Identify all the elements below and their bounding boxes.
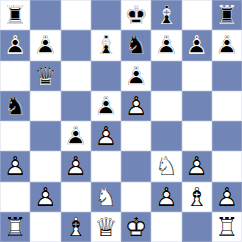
white-rook-outline-icon: ♖ bbox=[212, 212, 242, 242]
square-h1[interactable]: ♜♖ bbox=[212, 212, 242, 242]
chess-board: ♜♖♚♔♝♗♜♖♟♙♟♙♝♗♞♘♟♙♟♙♟♙♛♕♟♙♞♘♟♙♟♙♟♙♟♙♟♙♟♙… bbox=[0, 0, 242, 242]
black-knight-outline-icon: ♘ bbox=[0, 91, 30, 121]
square-c6[interactable] bbox=[61, 61, 91, 91]
black-pawn-outline-icon: ♙ bbox=[212, 30, 242, 60]
square-d8[interactable] bbox=[91, 0, 121, 30]
piece-white-queen[interactable]: ♛♕ bbox=[91, 212, 121, 242]
piece-white-pawn[interactable]: ♟♙ bbox=[0, 151, 30, 181]
white-pawn-outline-icon: ♙ bbox=[151, 182, 181, 212]
piece-black-pawn[interactable]: ♟♙ bbox=[91, 91, 121, 121]
square-c8[interactable] bbox=[61, 0, 91, 30]
square-d6[interactable] bbox=[91, 61, 121, 91]
square-g8[interactable] bbox=[182, 0, 212, 30]
piece-black-pawn[interactable]: ♟♙ bbox=[212, 30, 242, 60]
piece-black-pawn[interactable]: ♟♙ bbox=[151, 30, 181, 60]
black-pawn-outline-icon: ♙ bbox=[151, 30, 181, 60]
square-f8[interactable]: ♝♗ bbox=[151, 0, 181, 30]
square-b2[interactable]: ♟♙ bbox=[30, 182, 60, 212]
piece-white-pawn[interactable]: ♟♙ bbox=[151, 182, 181, 212]
black-rook-outline-icon: ♖ bbox=[0, 0, 30, 30]
piece-white-bishop[interactable]: ♝♗ bbox=[61, 212, 91, 242]
piece-black-knight[interactable]: ♞♘ bbox=[0, 91, 30, 121]
square-f3[interactable]: ♞♘ bbox=[151, 151, 181, 181]
square-h2[interactable]: ♟♙ bbox=[212, 182, 242, 212]
square-c7[interactable] bbox=[61, 30, 91, 60]
square-h5[interactable] bbox=[212, 91, 242, 121]
piece-black-rook[interactable]: ♜♖ bbox=[212, 0, 242, 30]
piece-black-queen[interactable]: ♛♕ bbox=[30, 61, 60, 91]
square-g4[interactable] bbox=[182, 121, 212, 151]
square-f1[interactable] bbox=[151, 212, 181, 242]
square-f4[interactable] bbox=[151, 121, 181, 151]
square-g1[interactable] bbox=[182, 212, 212, 242]
square-b8[interactable] bbox=[30, 0, 60, 30]
square-e7[interactable]: ♞♘ bbox=[121, 30, 151, 60]
white-pawn-outline-icon: ♙ bbox=[91, 121, 121, 151]
black-bishop-outline-icon: ♗ bbox=[151, 0, 181, 30]
black-pawn-outline-icon: ♙ bbox=[182, 30, 212, 60]
piece-black-knight[interactable]: ♞♘ bbox=[121, 30, 151, 60]
square-a6[interactable] bbox=[0, 61, 30, 91]
square-g6[interactable] bbox=[182, 61, 212, 91]
square-b3[interactable] bbox=[30, 151, 60, 181]
black-pawn-outline-icon: ♙ bbox=[30, 30, 60, 60]
black-pawn-outline-icon: ♙ bbox=[121, 61, 151, 91]
square-b1[interactable] bbox=[30, 212, 60, 242]
white-knight-outline-icon: ♘ bbox=[151, 151, 181, 181]
piece-black-rook[interactable]: ♜♖ bbox=[0, 0, 30, 30]
piece-black-bishop[interactable]: ♝♗ bbox=[91, 30, 121, 60]
square-d4[interactable]: ♟♙ bbox=[91, 121, 121, 151]
square-d2[interactable]: ♞♘ bbox=[91, 182, 121, 212]
square-f7[interactable]: ♟♙ bbox=[151, 30, 181, 60]
square-a8[interactable]: ♜♖ bbox=[0, 0, 30, 30]
white-bishop-outline-icon: ♗ bbox=[61, 212, 91, 242]
white-queen-outline-icon: ♕ bbox=[91, 212, 121, 242]
piece-white-pawn[interactable]: ♟♙ bbox=[30, 182, 60, 212]
piece-black-pawn[interactable]: ♟♙ bbox=[182, 30, 212, 60]
square-e6[interactable]: ♟♙ bbox=[121, 61, 151, 91]
square-b4[interactable] bbox=[30, 121, 60, 151]
square-d5[interactable]: ♟♙ bbox=[91, 91, 121, 121]
piece-white-pawn[interactable]: ♟♙ bbox=[91, 121, 121, 151]
black-pawn-outline-icon: ♙ bbox=[0, 30, 30, 60]
piece-black-pawn[interactable]: ♟♙ bbox=[0, 30, 30, 60]
square-g7[interactable]: ♟♙ bbox=[182, 30, 212, 60]
square-c1[interactable]: ♝♗ bbox=[61, 212, 91, 242]
black-knight-outline-icon: ♘ bbox=[121, 30, 151, 60]
square-e5[interactable]: ♟♙ bbox=[121, 91, 151, 121]
square-e1[interactable]: ♚♔ bbox=[121, 212, 151, 242]
square-a1[interactable]: ♜♖ bbox=[0, 212, 30, 242]
square-c5[interactable] bbox=[61, 91, 91, 121]
square-e4[interactable] bbox=[121, 121, 151, 151]
piece-white-knight[interactable]: ♞♘ bbox=[151, 151, 181, 181]
white-pawn-outline-icon: ♙ bbox=[212, 182, 242, 212]
square-h6[interactable] bbox=[212, 61, 242, 91]
piece-white-pawn[interactable]: ♟♙ bbox=[61, 151, 91, 181]
piece-white-bishop[interactable]: ♝♗ bbox=[182, 182, 212, 212]
square-c4[interactable]: ♟♙ bbox=[61, 121, 91, 151]
black-king-outline-icon: ♔ bbox=[121, 0, 151, 30]
square-g5[interactable] bbox=[182, 91, 212, 121]
square-b7[interactable]: ♟♙ bbox=[30, 30, 60, 60]
piece-black-king[interactable]: ♚♔ bbox=[121, 0, 151, 30]
square-d7[interactable]: ♝♗ bbox=[91, 30, 121, 60]
square-e8[interactable]: ♚♔ bbox=[121, 0, 151, 30]
square-h7[interactable]: ♟♙ bbox=[212, 30, 242, 60]
square-e3[interactable] bbox=[121, 151, 151, 181]
square-b5[interactable] bbox=[30, 91, 60, 121]
white-king-outline-icon: ♔ bbox=[121, 212, 151, 242]
white-rook-outline-icon: ♖ bbox=[0, 212, 30, 242]
piece-white-pawn[interactable]: ♟♙ bbox=[121, 91, 151, 121]
square-a2[interactable] bbox=[0, 182, 30, 212]
piece-black-pawn[interactable]: ♟♙ bbox=[30, 30, 60, 60]
square-g2[interactable]: ♝♗ bbox=[182, 182, 212, 212]
piece-white-knight[interactable]: ♞♘ bbox=[91, 182, 121, 212]
square-h3[interactable] bbox=[212, 151, 242, 181]
black-bishop-outline-icon: ♗ bbox=[91, 30, 121, 60]
square-e2[interactable] bbox=[121, 182, 151, 212]
square-h8[interactable]: ♜♖ bbox=[212, 0, 242, 30]
square-a3[interactable]: ♟♙ bbox=[0, 151, 30, 181]
black-rook-outline-icon: ♖ bbox=[212, 0, 242, 30]
piece-white-pawn[interactable]: ♟♙ bbox=[182, 151, 212, 181]
white-pawn-outline-icon: ♙ bbox=[182, 151, 212, 181]
piece-white-king[interactable]: ♚♔ bbox=[121, 212, 151, 242]
white-pawn-outline-icon: ♙ bbox=[121, 91, 151, 121]
piece-white-rook[interactable]: ♜♖ bbox=[212, 212, 242, 242]
square-c3[interactable]: ♟♙ bbox=[61, 151, 91, 181]
piece-white-rook[interactable]: ♜♖ bbox=[0, 212, 30, 242]
square-c2[interactable] bbox=[61, 182, 91, 212]
square-a4[interactable] bbox=[0, 121, 30, 151]
square-f5[interactable] bbox=[151, 91, 181, 121]
square-f6[interactable] bbox=[151, 61, 181, 91]
square-d1[interactable]: ♛♕ bbox=[91, 212, 121, 242]
piece-black-pawn[interactable]: ♟♙ bbox=[61, 121, 91, 151]
piece-black-pawn[interactable]: ♟♙ bbox=[121, 61, 151, 91]
piece-white-pawn[interactable]: ♟♙ bbox=[212, 182, 242, 212]
square-b6[interactable]: ♛♕ bbox=[30, 61, 60, 91]
black-pawn-outline-icon: ♙ bbox=[91, 91, 121, 121]
white-bishop-outline-icon: ♗ bbox=[182, 182, 212, 212]
piece-black-bishop[interactable]: ♝♗ bbox=[151, 0, 181, 30]
black-pawn-outline-icon: ♙ bbox=[61, 121, 91, 151]
white-pawn-outline-icon: ♙ bbox=[30, 182, 60, 212]
square-f2[interactable]: ♟♙ bbox=[151, 182, 181, 212]
square-g3[interactable]: ♟♙ bbox=[182, 151, 212, 181]
square-a5[interactable]: ♞♘ bbox=[0, 91, 30, 121]
white-pawn-outline-icon: ♙ bbox=[0, 151, 30, 181]
square-a7[interactable]: ♟♙ bbox=[0, 30, 30, 60]
white-knight-outline-icon: ♘ bbox=[91, 182, 121, 212]
square-d3[interactable] bbox=[91, 151, 121, 181]
black-queen-outline-icon: ♕ bbox=[30, 61, 60, 91]
white-pawn-outline-icon: ♙ bbox=[61, 151, 91, 181]
square-h4[interactable] bbox=[212, 121, 242, 151]
